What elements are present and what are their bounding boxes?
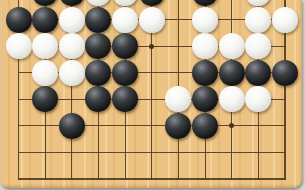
white-stone[interactable] [32,33,58,59]
white-stone[interactable] [6,33,32,59]
white-stone[interactable] [165,86,191,112]
black-stone[interactable] [85,86,111,112]
go-board[interactable] [0,0,302,188]
black-stone[interactable] [85,33,111,59]
black-stone[interactable] [32,86,58,112]
white-stone[interactable] [245,7,271,33]
white-stone[interactable] [112,0,138,6]
white-stone[interactable] [219,33,245,59]
black-stone[interactable] [272,60,298,86]
black-stone[interactable] [165,113,191,139]
white-stone[interactable] [219,86,245,112]
white-stone[interactable] [112,7,138,33]
black-stone[interactable] [32,7,58,33]
white-stone[interactable] [192,33,218,59]
black-stone[interactable] [85,7,111,33]
white-stone[interactable] [192,7,218,33]
black-stone[interactable] [85,60,111,86]
black-stone[interactable] [192,0,218,6]
white-stone[interactable] [59,7,85,33]
go-board-screen [0,0,305,190]
white-stone[interactable] [139,7,165,33]
star-point [149,44,154,49]
white-stone[interactable] [85,0,111,6]
black-stone[interactable] [59,113,85,139]
black-stone[interactable] [192,60,218,86]
white-stone[interactable] [59,60,85,86]
white-stone[interactable] [245,86,271,112]
black-stone[interactable] [112,86,138,112]
grid-line [18,152,286,153]
black-stone[interactable] [59,0,85,6]
black-stone[interactable] [219,60,245,86]
black-stone[interactable] [6,7,32,33]
black-stone[interactable] [112,60,138,86]
black-stone[interactable] [32,0,58,6]
grid-line [18,125,286,126]
black-stone[interactable] [139,0,165,6]
white-stone[interactable] [32,60,58,86]
star-point [229,123,234,128]
grid-line [18,178,286,180]
white-stone[interactable] [245,0,271,6]
white-stone[interactable] [245,33,271,59]
black-stone[interactable] [112,33,138,59]
black-stone[interactable] [192,113,218,139]
black-stone[interactable] [245,60,271,86]
white-stone[interactable] [59,33,85,59]
black-stone[interactable] [192,86,218,112]
white-stone[interactable] [272,7,298,33]
